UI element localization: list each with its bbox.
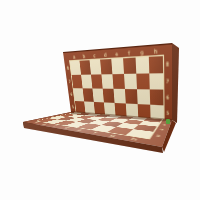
- chessboard-product-photo: abcdefgh 8765 8765 abcdefgh 4321 4321: [0, 0, 200, 200]
- square-h6: [150, 89, 164, 105]
- file-label-d: d: [100, 50, 110, 59]
- board-lower-half: abcdefgh 4321 4321: [23, 112, 172, 147]
- file-label-b: b: [79, 52, 88, 60]
- file-label-h: h: [150, 46, 162, 56]
- square-f7: [124, 74, 137, 89]
- rank-label-8: 8: [164, 57, 172, 72]
- square-g6: [137, 89, 150, 105]
- square-e8: [111, 58, 124, 74]
- square-e7: [112, 74, 125, 89]
- file-label-f: f: [123, 48, 134, 57]
- square-h7: [149, 73, 163, 89]
- rank-label-1: 1: [150, 132, 166, 140]
- rank-label-6: 6: [164, 91, 171, 105]
- square-g8: [136, 57, 150, 74]
- rank-labels-upper-right: 8765: [163, 56, 172, 122]
- file-label-g: g: [136, 47, 148, 57]
- rank-label-7: 7: [164, 74, 172, 88]
- square-h8: [149, 56, 163, 73]
- square-g7: [136, 73, 149, 89]
- upper-half-squares: [70, 56, 164, 120]
- square-e6: [114, 89, 126, 104]
- green-felt-dot: [166, 119, 170, 124]
- rank-label-5: 5: [164, 107, 171, 120]
- file-label-a: a: [70, 53, 79, 61]
- file-label-c: c: [89, 51, 99, 59]
- square-f6: [125, 89, 138, 104]
- file-label-e: e: [111, 49, 122, 58]
- square-f8: [123, 58, 136, 74]
- board-upper-half: abcdefgh 8765 8765: [63, 43, 172, 121]
